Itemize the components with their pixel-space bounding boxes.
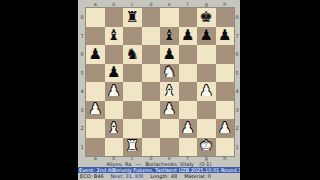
game-info-footer: Aliyev, Ra — Boriachenko, Vitaly (0-1) E… — [78, 161, 240, 179]
rank-label: 4 — [234, 82, 240, 101]
letterbox-left — [0, 0, 78, 180]
white-pawn-piece: ♟ — [181, 120, 194, 135]
black-bishop-piece: ♝ — [107, 28, 120, 43]
square-d4 — [142, 82, 161, 101]
square-g6 — [197, 45, 216, 64]
eco-code: ECO: B46 — [80, 173, 104, 179]
square-g2 — [197, 119, 216, 138]
square-h2: ♟ — [216, 119, 235, 138]
square-a4 — [86, 82, 105, 101]
square-e2 — [160, 119, 179, 138]
rank-label: 7 — [234, 27, 240, 46]
black-bishop-piece: ♝ — [163, 28, 176, 43]
file-label: h — [216, 156, 235, 161]
black-knight-piece: ♞ — [126, 46, 139, 61]
rank-label: 2 — [78, 119, 86, 138]
square-h6 — [216, 45, 235, 64]
rank-label: 5 — [78, 64, 86, 83]
white-pawn-piece: ♟ — [107, 83, 120, 98]
square-e5: ♞ — [160, 64, 179, 83]
square-e1 — [160, 138, 179, 157]
rank-label: 8 — [78, 8, 86, 27]
white-knight-piece: ♞ — [163, 65, 176, 80]
square-e3: ♟ — [160, 101, 179, 120]
square-f5 — [179, 64, 198, 83]
white-pawn-piece: ♟ — [163, 102, 176, 117]
square-f2: ♟ — [179, 119, 198, 138]
black-pawn-piece: ♟ — [89, 46, 102, 61]
rank-label: 5 — [234, 64, 240, 83]
letterbox-right — [240, 0, 320, 180]
square-g3 — [197, 101, 216, 120]
black-rook-piece: ♜ — [126, 9, 139, 24]
square-e4: ♝ — [160, 82, 179, 101]
square-b5: ♟ — [105, 64, 124, 83]
rank-label: 1 — [78, 138, 86, 157]
square-d5 — [142, 64, 161, 83]
square-c8: ♜ — [123, 8, 142, 27]
square-d3 — [142, 101, 161, 120]
square-h5 — [216, 64, 235, 83]
square-c3 — [123, 101, 142, 120]
board: ♜♚♝♝♟♟♟♟♞♟♟♞♟♝♟♟♟♝♟♟♜♚ — [86, 8, 234, 156]
file-label: a — [86, 156, 105, 161]
rank-label: 7 — [78, 27, 86, 46]
white-rook-piece: ♜ — [126, 139, 139, 154]
rank-label: 3 — [78, 101, 86, 120]
square-g7: ♟ — [197, 27, 216, 46]
next-move: Next: 31. Kf8 — [111, 173, 144, 179]
square-b7: ♝ — [105, 27, 124, 46]
info-line: ECO: B46 Next: 31. Kf8 Length: 48 Materi… — [78, 173, 240, 179]
square-h4 — [216, 82, 235, 101]
rank-label: 4 — [78, 82, 86, 101]
square-e7: ♝ — [160, 27, 179, 46]
chess-panel: abcdefgh 87654321 ♜♚♝♝♟♟♟♟♞♟♟♞♟♝♟♟♟♝♟♟♜♚… — [78, 0, 240, 180]
rank-labels-right: 87654321 — [234, 8, 240, 156]
square-c1: ♜ — [123, 138, 142, 157]
rank-label: 2 — [234, 119, 240, 138]
square-c5 — [123, 64, 142, 83]
square-d1 — [142, 138, 161, 157]
square-h8 — [216, 8, 235, 27]
square-h3 — [216, 101, 235, 120]
square-f8 — [179, 8, 198, 27]
square-b3 — [105, 101, 124, 120]
material-balance: Material: 0 — [184, 173, 211, 179]
black-pawn-piece: ♟ — [200, 28, 213, 43]
white-pawn-piece: ♟ — [218, 120, 231, 135]
file-label: d — [142, 0, 161, 8]
square-a7 — [86, 27, 105, 46]
rank-label: 3 — [234, 101, 240, 120]
square-e8 — [160, 8, 179, 27]
white-pawn-piece: ♟ — [89, 102, 102, 117]
square-a8 — [86, 8, 105, 27]
square-d7 — [142, 27, 161, 46]
game-length: Length: 48 — [150, 173, 177, 179]
square-f7: ♟ — [179, 27, 198, 46]
black-pawn-piece: ♟ — [163, 46, 176, 61]
rank-label: 6 — [234, 45, 240, 64]
square-g4: ♟ — [197, 82, 216, 101]
black-king-piece: ♚ — [200, 9, 213, 24]
square-c4 — [123, 82, 142, 101]
square-a1 — [86, 138, 105, 157]
white-bishop-piece: ♝ — [107, 120, 120, 135]
square-g8: ♚ — [197, 8, 216, 27]
square-b4: ♟ — [105, 82, 124, 101]
square-c7 — [123, 27, 142, 46]
square-h7: ♟ — [216, 27, 235, 46]
square-b8 — [105, 8, 124, 27]
black-pawn-piece: ♟ — [181, 28, 194, 43]
file-label: a — [86, 0, 105, 8]
square-a3: ♟ — [86, 101, 105, 120]
rank-label: 1 — [234, 138, 240, 157]
white-king-piece: ♚ — [200, 139, 213, 154]
square-g5 — [197, 64, 216, 83]
square-d6 — [142, 45, 161, 64]
rank-label: 6 — [78, 45, 86, 64]
square-f1 — [179, 138, 198, 157]
white-pawn-piece: ♟ — [200, 83, 213, 98]
square-b2: ♝ — [105, 119, 124, 138]
square-c6: ♞ — [123, 45, 142, 64]
square-b6 — [105, 45, 124, 64]
square-g1: ♚ — [197, 138, 216, 157]
white-bishop-piece: ♝ — [163, 83, 176, 98]
square-f3 — [179, 101, 198, 120]
rank-labels-left: 87654321 — [78, 8, 86, 156]
square-a2 — [86, 119, 105, 138]
file-label: b — [105, 0, 124, 8]
square-e6: ♟ — [160, 45, 179, 64]
square-d8 — [142, 8, 161, 27]
square-b1 — [105, 138, 124, 157]
file-label: e — [160, 0, 179, 8]
square-h1 — [216, 138, 235, 157]
square-f4 — [179, 82, 198, 101]
square-f6 — [179, 45, 198, 64]
square-a6: ♟ — [86, 45, 105, 64]
file-label: h — [216, 0, 235, 8]
square-d2 — [142, 119, 161, 138]
square-a5 — [86, 64, 105, 83]
video-frame: abcdefgh 87654321 ♜♚♝♝♟♟♟♟♞♟♟♞♟♝♟♟♟♝♟♟♜♚… — [0, 0, 320, 180]
black-pawn-piece: ♟ — [218, 28, 231, 43]
square-c2 — [123, 119, 142, 138]
file-label: f — [179, 0, 198, 8]
rank-label: 8 — [234, 8, 240, 27]
black-pawn-piece: ♟ — [107, 65, 120, 80]
